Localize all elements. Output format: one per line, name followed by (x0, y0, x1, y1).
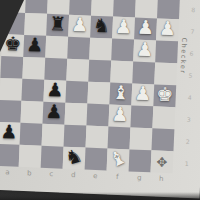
square-d1[interactable]: ♞ (63, 147, 86, 170)
piece-white-pawn: ♟ (159, 18, 177, 38)
square-f5[interactable] (110, 61, 133, 84)
square-e8[interactable] (91, 0, 114, 17)
piece-black-pawn: ♟ (26, 35, 44, 55)
brand-text: Checker (179, 37, 189, 74)
rank-labels: 87654321 (185, 0, 200, 174)
piece-white-pawn: ♟ (134, 83, 152, 103)
square-f2[interactable] (108, 127, 131, 150)
square-a4[interactable] (0, 78, 22, 101)
square-a5[interactable] (0, 56, 23, 79)
rank-number-7: 7 (190, 20, 200, 42)
square-b8[interactable] (25, 0, 48, 14)
file-letter-h: h (150, 174, 172, 183)
file-letter-d: d (62, 171, 84, 180)
piece-white-pawn: ♟ (71, 14, 89, 34)
square-g6[interactable]: ♟ (133, 40, 156, 63)
square-c1[interactable] (41, 146, 64, 169)
square-d2[interactable] (64, 125, 87, 148)
rank-number-1: 1 (185, 152, 198, 174)
square-d3[interactable] (64, 103, 87, 126)
rank-number-5: 5 (188, 64, 200, 86)
rank-number-4: 4 (187, 86, 200, 108)
board-photo-scene: ♜♟♞♟♟♟♚♟♟♟♝♟♚♟♟♟♞♝✥ abcdefgh 87654321 Ch… (0, 0, 200, 200)
file-letter-g: g (128, 173, 150, 182)
square-d4[interactable] (65, 81, 88, 104)
square-h1[interactable]: ✥ (151, 150, 174, 173)
square-e1[interactable] (85, 148, 108, 171)
square-f8[interactable] (113, 0, 136, 18)
piece-white-bishop: ♝ (106, 146, 130, 171)
square-g7[interactable]: ♟ (134, 18, 157, 41)
square-h4[interactable]: ♚ (153, 84, 176, 107)
piece-black-pawn: ♟ (45, 101, 63, 121)
square-h7[interactable]: ♟ (156, 18, 179, 41)
square-h6[interactable] (155, 40, 178, 63)
square-c7[interactable]: ♜ (46, 14, 69, 37)
square-f1[interactable]: ♝ (107, 148, 130, 171)
square-c8[interactable] (47, 0, 70, 15)
file-letter-c: c (40, 170, 62, 179)
square-f4[interactable]: ♝ (109, 83, 132, 106)
vinyl-chess-mat: ♜♟♞♟♟♟♚♟♟♟♝♟♚♟♟♟♞♝✥ abcdefgh 87654321 Ch… (0, 0, 200, 198)
piece-black-pawn: ♟ (46, 79, 64, 99)
rank-number-3: 3 (186, 108, 199, 130)
square-a3[interactable] (0, 100, 21, 123)
square-e7[interactable]: ♞ (90, 16, 113, 39)
square-f6[interactable] (111, 39, 134, 62)
square-e3[interactable] (86, 104, 109, 127)
square-a2[interactable]: ♟ (0, 122, 21, 145)
square-d6[interactable] (67, 37, 90, 60)
square-h5[interactable] (154, 62, 177, 85)
piece-white-pawn: ♟ (115, 16, 133, 36)
square-e2[interactable] (86, 126, 109, 149)
square-c6[interactable] (45, 36, 68, 59)
square-b7[interactable] (24, 13, 47, 36)
piece-white-pawn: ♟ (136, 39, 154, 59)
square-e5[interactable] (88, 60, 111, 83)
square-c5[interactable] (44, 58, 67, 81)
square-f7[interactable]: ♟ (112, 17, 135, 40)
square-g5[interactable] (132, 61, 155, 84)
table-edge-shadow (0, 192, 200, 200)
rank-number-2: 2 (185, 130, 198, 152)
piece-black-knight: ♞ (63, 145, 85, 168)
square-d8[interactable] (69, 0, 92, 16)
square-b5[interactable] (22, 57, 45, 80)
square-g3[interactable] (130, 105, 153, 128)
file-letter-f: f (106, 172, 128, 181)
piece-white-bishop: ♝ (112, 82, 130, 102)
piece-black-pawn: ♟ (0, 122, 18, 142)
square-b4[interactable] (21, 79, 44, 102)
square-g4[interactable]: ♟ (131, 83, 154, 106)
chess-board: ♜♟♞♟♟♟♚♟♟♟♝♟♚♟♟♟♞♝✥ (0, 0, 180, 173)
square-c3[interactable]: ♟ (42, 102, 65, 125)
corner-ornament-icon: ✥ (156, 155, 167, 168)
square-d7[interactable]: ♟ (68, 15, 91, 38)
square-g1[interactable] (129, 149, 152, 172)
piece-white-pawn: ♟ (111, 104, 129, 124)
square-c2[interactable] (42, 124, 65, 147)
square-g8[interactable] (135, 0, 158, 18)
square-e6[interactable] (89, 38, 112, 61)
square-b3[interactable] (21, 101, 44, 124)
piece-black-rook: ♜ (49, 13, 67, 33)
square-b1[interactable] (19, 145, 42, 168)
square-d5[interactable] (66, 59, 89, 82)
square-h2[interactable] (151, 128, 174, 151)
rank-number-8: 8 (191, 0, 200, 20)
file-letter-e: e (84, 172, 106, 181)
piece-white-pawn: ♟ (137, 17, 155, 37)
file-letter-b: b (18, 169, 40, 178)
piece-white-king: ♚ (156, 84, 174, 104)
square-b2[interactable] (20, 123, 43, 146)
square-h8[interactable] (157, 0, 180, 19)
square-g2[interactable] (129, 127, 152, 150)
square-e4[interactable] (87, 82, 110, 105)
square-a1[interactable] (0, 144, 20, 167)
square-f3[interactable]: ♟ (108, 105, 131, 128)
rank-number-6: 6 (189, 42, 200, 64)
piece-black-knight: ♞ (93, 15, 111, 35)
square-h3[interactable] (152, 106, 175, 129)
square-c4[interactable]: ♟ (43, 80, 66, 103)
square-b6[interactable]: ♟ (23, 35, 46, 58)
file-letter-a: a (0, 168, 19, 177)
